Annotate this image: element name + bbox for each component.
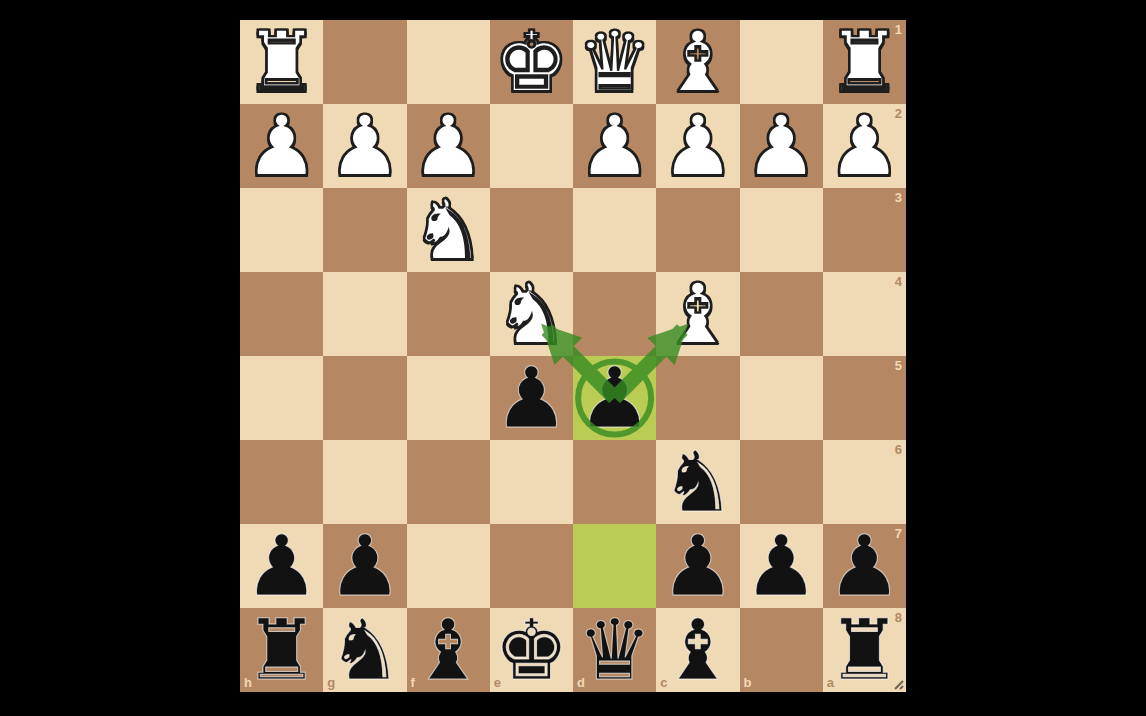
square-g3[interactable] [323, 188, 406, 272]
black-king-e8[interactable]: ♚ [494, 608, 569, 692]
square-b4[interactable] [740, 272, 823, 356]
rank-label-5: 5 [895, 359, 902, 372]
square-a1[interactable]: 1♜ [823, 20, 906, 104]
rank-label-6: 6 [895, 443, 902, 456]
square-c8[interactable]: c♝ [656, 608, 739, 692]
square-e2[interactable] [490, 104, 573, 188]
square-e5[interactable]: ♟ [490, 356, 573, 440]
square-c5[interactable] [656, 356, 739, 440]
white-knight-e4[interactable]: ♞ [494, 272, 569, 356]
square-a7[interactable]: 7♟ [823, 524, 906, 608]
black-pawn-g7[interactable]: ♟ [327, 524, 402, 608]
rank-label-4: 4 [895, 275, 902, 288]
square-b1[interactable] [740, 20, 823, 104]
square-f1[interactable] [407, 20, 490, 104]
black-rook-h8[interactable]: ♜ [244, 608, 319, 692]
black-pawn-c7[interactable]: ♟ [660, 524, 735, 608]
square-a2[interactable]: 2♟ [823, 104, 906, 188]
square-g1[interactable] [323, 20, 406, 104]
square-h8[interactable]: h♜ [240, 608, 323, 692]
square-d3[interactable] [573, 188, 656, 272]
square-g6[interactable] [323, 440, 406, 524]
square-a3[interactable]: 3 [823, 188, 906, 272]
white-pawn-g2[interactable]: ♟ [327, 104, 402, 188]
square-e3[interactable] [490, 188, 573, 272]
square-g2[interactable]: ♟ [323, 104, 406, 188]
square-d7[interactable] [573, 524, 656, 608]
square-a6[interactable]: 6 [823, 440, 906, 524]
square-c6[interactable]: ♞ [656, 440, 739, 524]
square-a4[interactable]: 4 [823, 272, 906, 356]
white-pawn-h2[interactable]: ♟ [244, 104, 319, 188]
white-king-e1[interactable]: ♚ [494, 20, 569, 104]
square-c3[interactable] [656, 188, 739, 272]
white-bishop-c1[interactable]: ♝ [660, 20, 735, 104]
black-pawn-a7[interactable]: ♟ [827, 524, 902, 608]
white-queen-d1[interactable]: ♛ [577, 20, 652, 104]
square-a5[interactable]: 5 [823, 356, 906, 440]
square-d2[interactable]: ♟ [573, 104, 656, 188]
square-f2[interactable]: ♟ [407, 104, 490, 188]
square-e7[interactable] [490, 524, 573, 608]
square-d1[interactable]: ♛ [573, 20, 656, 104]
square-f5[interactable] [407, 356, 490, 440]
black-queen-d8[interactable]: ♛ [577, 608, 652, 692]
square-c1[interactable]: ♝ [656, 20, 739, 104]
black-bishop-f8[interactable]: ♝ [410, 608, 485, 692]
square-h3[interactable] [240, 188, 323, 272]
square-f4[interactable] [407, 272, 490, 356]
white-bishop-c4[interactable]: ♝ [660, 272, 735, 356]
black-pawn-b7[interactable]: ♟ [743, 524, 818, 608]
black-bishop-c8[interactable]: ♝ [660, 608, 735, 692]
square-h2[interactable]: ♟ [240, 104, 323, 188]
white-pawn-d2[interactable]: ♟ [577, 104, 652, 188]
black-knight-g8[interactable]: ♞ [327, 608, 402, 692]
square-h5[interactable] [240, 356, 323, 440]
square-e4[interactable]: ♞ [490, 272, 573, 356]
square-f6[interactable] [407, 440, 490, 524]
square-e8[interactable]: e♚ [490, 608, 573, 692]
square-b5[interactable] [740, 356, 823, 440]
square-b6[interactable] [740, 440, 823, 524]
square-f3[interactable]: ♞ [407, 188, 490, 272]
square-g8[interactable]: g♞ [323, 608, 406, 692]
square-c4[interactable]: ♝ [656, 272, 739, 356]
black-pawn-h7[interactable]: ♟ [244, 524, 319, 608]
square-e6[interactable] [490, 440, 573, 524]
white-pawn-c2[interactable]: ♟ [660, 104, 735, 188]
square-h6[interactable] [240, 440, 323, 524]
white-pawn-a2[interactable]: ♟ [827, 104, 902, 188]
board-resize-handle-icon[interactable] [889, 675, 905, 691]
square-e1[interactable]: ♚ [490, 20, 573, 104]
square-h1[interactable]: ♜ [240, 20, 323, 104]
white-pawn-f2[interactable]: ♟ [410, 104, 485, 188]
square-f8[interactable]: f♝ [407, 608, 490, 692]
square-g4[interactable] [323, 272, 406, 356]
square-d5[interactable]: ♟ [573, 356, 656, 440]
square-d8[interactable]: d♛ [573, 608, 656, 692]
square-b8[interactable]: b [740, 608, 823, 692]
chess-board: ♜♚♛♝1♜♟♟♟♟♟♟2♟♞3♞♝4♟♟5♞6♟♟♟♟7♟h♜g♞f♝e♚d♛… [240, 20, 906, 692]
square-g7[interactable]: ♟ [323, 524, 406, 608]
square-c2[interactable]: ♟ [656, 104, 739, 188]
white-rook-a1[interactable]: ♜ [827, 20, 902, 104]
square-h7[interactable]: ♟ [240, 524, 323, 608]
white-knight-f3[interactable]: ♞ [410, 188, 485, 272]
square-f7[interactable] [407, 524, 490, 608]
square-g5[interactable] [323, 356, 406, 440]
square-h4[interactable] [240, 272, 323, 356]
page-background: ♜♚♛♝1♜♟♟♟♟♟♟2♟♞3♞♝4♟♟5♞6♟♟♟♟7♟h♜g♞f♝e♚d♛… [0, 0, 1146, 716]
square-b2[interactable]: ♟ [740, 104, 823, 188]
black-pawn-e5[interactable]: ♟ [494, 356, 569, 440]
file-label-b: b [744, 676, 752, 689]
square-b3[interactable] [740, 188, 823, 272]
white-pawn-b2[interactable]: ♟ [743, 104, 818, 188]
square-b7[interactable]: ♟ [740, 524, 823, 608]
black-pawn-d5[interactable]: ♟ [577, 356, 652, 440]
square-d6[interactable] [573, 440, 656, 524]
square-d4[interactable] [573, 272, 656, 356]
square-c7[interactable]: ♟ [656, 524, 739, 608]
rank-label-3: 3 [895, 191, 902, 204]
black-knight-c6[interactable]: ♞ [660, 440, 735, 524]
white-rook-h1[interactable]: ♜ [244, 20, 319, 104]
